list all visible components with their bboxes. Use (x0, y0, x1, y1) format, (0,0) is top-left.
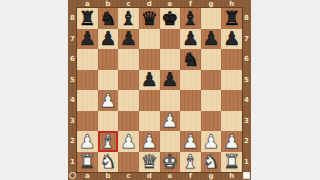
square-f3[interactable] (180, 111, 201, 132)
rank-label-4: 4 (68, 90, 77, 111)
file-label-c: c (118, 0, 139, 8)
piece-white-queen: ♛ (141, 152, 158, 171)
file-label-g: g (201, 172, 222, 180)
square-f6[interactable]: ♞ (180, 49, 201, 70)
square-f5[interactable] (180, 70, 201, 91)
square-h1[interactable]: ♜ (221, 152, 242, 173)
square-c3[interactable] (118, 111, 139, 132)
file-label-h: h (221, 172, 242, 180)
piece-black-knight: ♞ (182, 50, 199, 69)
square-b2[interactable]: ♝ (98, 131, 119, 152)
piece-black-pawn: ♟ (141, 70, 158, 89)
rank-label-7: 7 (68, 29, 77, 50)
square-e7[interactable] (160, 29, 181, 50)
square-b8[interactable]: ♞ (98, 8, 119, 29)
square-f7[interactable]: ♟ (180, 29, 201, 50)
square-a1[interactable]: ♜ (77, 152, 98, 173)
square-f1[interactable]: ♝ (180, 152, 201, 173)
square-h8[interactable]: ♜ (221, 8, 242, 29)
square-d6[interactable] (139, 49, 160, 70)
piece-black-pawn: ♟ (203, 29, 220, 48)
rank-labels-left: 87654321 (68, 8, 77, 172)
file-label-h: h (221, 0, 242, 8)
square-a7[interactable]: ♟ (77, 29, 98, 50)
square-g8[interactable] (201, 8, 222, 29)
piece-white-knight: ♞ (99, 152, 116, 171)
square-e4[interactable] (160, 90, 181, 111)
square-h4[interactable] (221, 90, 242, 111)
rank-label-1: 1 (242, 152, 251, 173)
square-c6[interactable] (118, 49, 139, 70)
file-label-d: d (139, 172, 160, 180)
piece-black-queen: ♛ (141, 9, 158, 28)
file-label-e: e (160, 172, 181, 180)
square-g2[interactable]: ♟ (201, 131, 222, 152)
square-d4[interactable] (139, 90, 160, 111)
square-e3[interactable]: ♟ (160, 111, 181, 132)
square-a5[interactable] (77, 70, 98, 91)
square-a3[interactable] (77, 111, 98, 132)
square-h6[interactable] (221, 49, 242, 70)
file-label-g: g (201, 0, 222, 8)
square-c4[interactable] (118, 90, 139, 111)
piece-black-pawn: ♟ (99, 29, 116, 48)
rank-label-2: 2 (242, 131, 251, 152)
file-label-c: c (118, 172, 139, 180)
square-h5[interactable] (221, 70, 242, 91)
rank-label-5: 5 (68, 70, 77, 91)
square-f2[interactable]: ♟ (180, 131, 201, 152)
square-a6[interactable] (77, 49, 98, 70)
piece-black-rook: ♜ (79, 9, 96, 28)
file-label-a: a (77, 0, 98, 8)
square-icon[interactable] (243, 172, 250, 179)
piece-white-pawn: ♟ (161, 111, 178, 130)
square-e2[interactable] (160, 131, 181, 152)
square-g1[interactable]: ♞ (201, 152, 222, 173)
file-labels-bottom: abcdefgh (77, 172, 242, 180)
square-h2[interactable]: ♟ (221, 131, 242, 152)
square-c7[interactable]: ♟ (118, 29, 139, 50)
rank-label-3: 3 (68, 111, 77, 132)
square-f4[interactable] (180, 90, 201, 111)
square-g7[interactable]: ♟ (201, 29, 222, 50)
square-e6[interactable] (160, 49, 181, 70)
square-b1[interactable]: ♞ (98, 152, 119, 173)
square-a8[interactable]: ♜ (77, 8, 98, 29)
square-b3[interactable] (98, 111, 119, 132)
square-e8[interactable]: ♚ (160, 8, 181, 29)
rank-label-3: 3 (242, 111, 251, 132)
piece-white-pawn: ♟ (203, 132, 220, 151)
piece-black-pawn: ♟ (161, 70, 178, 89)
square-h7[interactable]: ♟ (221, 29, 242, 50)
square-d1[interactable]: ♛ (139, 152, 160, 173)
piece-white-king: ♚ (161, 152, 178, 171)
square-b6[interactable] (98, 49, 119, 70)
piece-black-pawn: ♟ (79, 29, 96, 48)
file-label-d: d (139, 0, 160, 8)
piece-white-pawn: ♟ (223, 132, 240, 151)
piece-white-bishop: ♝ (182, 152, 199, 171)
square-d5[interactable]: ♟ (139, 70, 160, 91)
rank-label-1: 1 (68, 152, 77, 173)
square-c8[interactable]: ♝ (118, 8, 139, 29)
rank-label-7: 7 (242, 29, 251, 50)
rank-label-8: 8 (68, 8, 77, 29)
piece-white-rook: ♜ (223, 152, 240, 171)
file-label-a: a (77, 172, 98, 180)
file-label-e: e (160, 0, 181, 8)
rank-label-2: 2 (68, 131, 77, 152)
square-c2[interactable]: ♟ (118, 131, 139, 152)
square-d3[interactable] (139, 111, 160, 132)
square-d8[interactable]: ♛ (139, 8, 160, 29)
square-g6[interactable] (201, 49, 222, 70)
rank-labels-right: 87654321 (242, 8, 251, 172)
piece-black-pawn: ♟ (223, 29, 240, 48)
piece-white-pawn: ♟ (79, 132, 96, 151)
rank-label-8: 8 (242, 8, 251, 29)
rank-label-6: 6 (68, 49, 77, 70)
piece-black-rook: ♜ (223, 9, 240, 28)
piece-black-pawn: ♟ (182, 29, 199, 48)
piece-white-bishop: ♝ (99, 132, 116, 151)
piece-white-pawn: ♟ (99, 91, 116, 110)
board-grid: ♜♞♝♛♚♝♜♟♟♟♟♟♟♞♟♟♟♟♟♝♟♟♟♟♟♜♞♛♚♝♞♜ (77, 8, 242, 172)
square-h3[interactable] (221, 111, 242, 132)
file-label-f: f (180, 0, 201, 8)
file-label-f: f (180, 172, 201, 180)
piece-black-knight: ♞ (99, 9, 116, 28)
square-f8[interactable]: ♝ (180, 8, 201, 29)
square-a4[interactable] (77, 90, 98, 111)
square-b5[interactable] (98, 70, 119, 91)
piece-black-pawn: ♟ (120, 29, 137, 48)
piece-white-knight: ♞ (203, 152, 220, 171)
rank-label-4: 4 (242, 90, 251, 111)
rank-label-6: 6 (242, 49, 251, 70)
file-labels-top: abcdefgh (77, 0, 242, 8)
piece-black-bishop: ♝ (182, 9, 199, 28)
square-d2[interactable]: ♟ (139, 131, 160, 152)
piece-black-bishop: ♝ (120, 9, 137, 28)
circle-icon[interactable] (69, 172, 76, 179)
piece-white-pawn: ♟ (120, 132, 137, 151)
page: abcdefgh abcdefgh 87654321 87654321 ♜♞♝♛… (0, 0, 320, 180)
piece-white-pawn: ♟ (141, 132, 158, 151)
square-g5[interactable] (201, 70, 222, 91)
rank-label-5: 5 (242, 70, 251, 91)
square-e1[interactable]: ♚ (160, 152, 181, 173)
chess-board: abcdefgh abcdefgh 87654321 87654321 ♜♞♝♛… (68, 0, 251, 180)
square-b7[interactable]: ♟ (98, 29, 119, 50)
file-label-b: b (98, 172, 119, 180)
square-d7[interactable] (139, 29, 160, 50)
square-c5[interactable] (118, 70, 139, 91)
piece-black-king: ♚ (161, 9, 178, 28)
piece-white-rook: ♜ (79, 152, 96, 171)
square-g3[interactable] (201, 111, 222, 132)
square-b4[interactable]: ♟ (98, 90, 119, 111)
square-e5[interactable]: ♟ (160, 70, 181, 91)
piece-white-pawn: ♟ (182, 132, 199, 151)
square-g4[interactable] (201, 90, 222, 111)
square-c1[interactable] (118, 152, 139, 173)
file-label-b: b (98, 0, 119, 8)
square-a2[interactable]: ♟ (77, 131, 98, 152)
